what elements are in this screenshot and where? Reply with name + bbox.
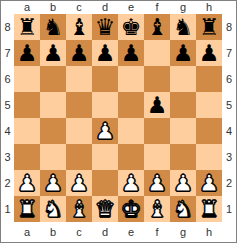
- square-g2[interactable]: ♟: [170, 170, 196, 196]
- piece-black-knight[interactable]: ♞: [173, 14, 194, 40]
- rank-label-left-5: 5: [1, 92, 14, 118]
- rank-label-left-7: 7: [1, 40, 14, 66]
- square-g8[interactable]: ♞: [170, 14, 196, 40]
- piece-white-pawn[interactable]: ♟: [95, 118, 116, 144]
- square-c4[interactable]: [66, 118, 92, 144]
- square-f3[interactable]: [144, 144, 170, 170]
- square-e3[interactable]: [118, 144, 144, 170]
- square-d3[interactable]: [92, 144, 118, 170]
- file-label-top-g: g: [170, 1, 196, 14]
- piece-black-queen[interactable]: ♛: [95, 14, 116, 40]
- square-b3[interactable]: [40, 144, 66, 170]
- file-label-bottom-a: a: [14, 222, 40, 242]
- rank-label-right-6: 6: [222, 66, 236, 92]
- file-label-bottom-d: d: [92, 222, 118, 242]
- piece-black-pawn[interactable]: ♟: [199, 40, 220, 66]
- corner-top-right: [222, 1, 236, 14]
- corner-bottom-left: [1, 222, 14, 242]
- piece-black-knight[interactable]: ♞: [43, 14, 64, 40]
- piece-white-bishop[interactable]: ♝: [69, 196, 90, 222]
- square-h2[interactable]: ♟: [196, 170, 222, 196]
- square-c3[interactable]: [66, 144, 92, 170]
- piece-white-pawn[interactable]: ♟: [199, 170, 220, 196]
- square-d2[interactable]: [92, 170, 118, 196]
- square-e6[interactable]: [118, 66, 144, 92]
- piece-black-pawn[interactable]: ♟: [69, 40, 90, 66]
- square-f7[interactable]: [144, 40, 170, 66]
- piece-white-pawn[interactable]: ♟: [173, 170, 194, 196]
- square-f6[interactable]: [144, 66, 170, 92]
- piece-black-bishop[interactable]: ♝: [69, 14, 90, 40]
- square-e7[interactable]: ♟: [118, 40, 144, 66]
- chessboard: abcdefgh8♜♞♝♛♚♝♞♜87♟♟♟♟♟♟♟7665♟54♟4332♟♟…: [1, 1, 236, 242]
- square-b8[interactable]: ♞: [40, 14, 66, 40]
- piece-white-pawn[interactable]: ♟: [17, 170, 38, 196]
- square-d7[interactable]: ♟: [92, 40, 118, 66]
- piece-black-rook[interactable]: ♜: [199, 14, 220, 40]
- corner-bottom-right: [222, 222, 236, 242]
- square-d1[interactable]: ♛: [92, 196, 118, 222]
- rank-label-right-4: 4: [222, 118, 236, 144]
- piece-white-king[interactable]: ♚: [121, 196, 142, 222]
- file-label-bottom-g: g: [170, 222, 196, 242]
- rank-label-left-6: 6: [1, 66, 14, 92]
- piece-black-pawn[interactable]: ♟: [17, 40, 38, 66]
- corner-top-left: [1, 1, 14, 14]
- piece-white-rook[interactable]: ♜: [199, 196, 220, 222]
- square-e8[interactable]: ♚: [118, 14, 144, 40]
- file-label-bottom-h: h: [196, 222, 222, 242]
- chessboard-app: abcdefgh8♜♞♝♛♚♝♞♜87♟♟♟♟♟♟♟7665♟54♟4332♟♟…: [0, 0, 237, 243]
- square-e4[interactable]: [118, 118, 144, 144]
- square-c8[interactable]: ♝: [66, 14, 92, 40]
- file-label-bottom-c: c: [66, 222, 92, 242]
- square-a1[interactable]: ♜: [14, 196, 40, 222]
- square-g6[interactable]: [170, 66, 196, 92]
- square-g1[interactable]: ♞: [170, 196, 196, 222]
- square-f4[interactable]: [144, 118, 170, 144]
- rank-label-right-5: 5: [222, 92, 236, 118]
- piece-black-pawn[interactable]: ♟: [95, 40, 116, 66]
- square-d4[interactable]: ♟: [92, 118, 118, 144]
- square-g7[interactable]: ♟: [170, 40, 196, 66]
- square-f2[interactable]: ♟: [144, 170, 170, 196]
- square-g5[interactable]: [170, 92, 196, 118]
- file-label-top-b: b: [40, 1, 66, 14]
- square-a3[interactable]: [14, 144, 40, 170]
- square-g4[interactable]: [170, 118, 196, 144]
- piece-black-pawn[interactable]: ♟: [147, 92, 168, 118]
- file-label-bottom-e: e: [118, 222, 144, 242]
- rank-label-left-4: 4: [1, 118, 14, 144]
- square-a2[interactable]: ♟: [14, 170, 40, 196]
- piece-white-rook[interactable]: ♜: [17, 196, 38, 222]
- square-c5[interactable]: [66, 92, 92, 118]
- square-b1[interactable]: ♞: [40, 196, 66, 222]
- piece-white-knight[interactable]: ♞: [43, 196, 64, 222]
- piece-white-pawn[interactable]: ♟: [69, 170, 90, 196]
- square-h8[interactable]: ♜: [196, 14, 222, 40]
- square-h7[interactable]: ♟: [196, 40, 222, 66]
- rank-label-left-1: 1: [1, 196, 14, 222]
- square-a4[interactable]: [14, 118, 40, 144]
- square-c6[interactable]: [66, 66, 92, 92]
- square-d6[interactable]: [92, 66, 118, 92]
- piece-white-pawn[interactable]: ♟: [43, 170, 64, 196]
- rank-label-right-8: 8: [222, 14, 236, 40]
- rank-label-right-1: 1: [222, 196, 236, 222]
- square-a8[interactable]: ♜: [14, 14, 40, 40]
- piece-black-bishop[interactable]: ♝: [147, 14, 168, 40]
- square-e1[interactable]: ♚: [118, 196, 144, 222]
- file-label-top-c: c: [66, 1, 92, 14]
- piece-white-queen[interactable]: ♛: [95, 196, 116, 222]
- square-f1[interactable]: ♝: [144, 196, 170, 222]
- square-a7[interactable]: ♟: [14, 40, 40, 66]
- file-label-bottom-b: b: [40, 222, 66, 242]
- square-c1[interactable]: ♝: [66, 196, 92, 222]
- square-d8[interactable]: ♛: [92, 14, 118, 40]
- square-a6[interactable]: [14, 66, 40, 92]
- rank-label-right-7: 7: [222, 40, 236, 66]
- square-h1[interactable]: ♜: [196, 196, 222, 222]
- square-h6[interactable]: [196, 66, 222, 92]
- file-label-bottom-f: f: [144, 222, 170, 242]
- rank-label-left-3: 3: [1, 144, 14, 170]
- file-label-top-e: e: [118, 1, 144, 14]
- square-g3[interactable]: [170, 144, 196, 170]
- file-label-top-d: d: [92, 1, 118, 14]
- rank-label-left-2: 2: [1, 170, 14, 196]
- file-label-top-h: h: [196, 1, 222, 14]
- square-b2[interactable]: ♟: [40, 170, 66, 196]
- square-b7[interactable]: ♟: [40, 40, 66, 66]
- square-e2[interactable]: ♟: [118, 170, 144, 196]
- square-e5[interactable]: [118, 92, 144, 118]
- square-b4[interactable]: [40, 118, 66, 144]
- piece-white-pawn[interactable]: ♟: [147, 170, 168, 196]
- piece-black-pawn[interactable]: ♟: [43, 40, 64, 66]
- rank-label-left-8: 8: [1, 14, 14, 40]
- piece-white-bishop[interactable]: ♝: [147, 196, 168, 222]
- rank-label-right-2: 2: [222, 170, 236, 196]
- rank-label-right-3: 3: [222, 144, 236, 170]
- piece-white-knight[interactable]: ♞: [173, 196, 194, 222]
- piece-black-pawn[interactable]: ♟: [121, 40, 142, 66]
- square-d5[interactable]: [92, 92, 118, 118]
- square-c7[interactable]: ♟: [66, 40, 92, 66]
- square-h4[interactable]: [196, 118, 222, 144]
- piece-black-king[interactable]: ♚: [121, 14, 142, 40]
- square-a5[interactable]: [14, 92, 40, 118]
- piece-black-rook[interactable]: ♜: [17, 14, 38, 40]
- piece-black-pawn[interactable]: ♟: [173, 40, 194, 66]
- piece-white-pawn[interactable]: ♟: [121, 170, 142, 196]
- square-h3[interactable]: [196, 144, 222, 170]
- square-h5[interactable]: [196, 92, 222, 118]
- square-f8[interactable]: ♝: [144, 14, 170, 40]
- square-b6[interactable]: [40, 66, 66, 92]
- square-b5[interactable]: [40, 92, 66, 118]
- square-c2[interactable]: ♟: [66, 170, 92, 196]
- file-label-top-f: f: [144, 1, 170, 14]
- file-label-top-a: a: [14, 1, 40, 14]
- square-f5[interactable]: ♟: [144, 92, 170, 118]
